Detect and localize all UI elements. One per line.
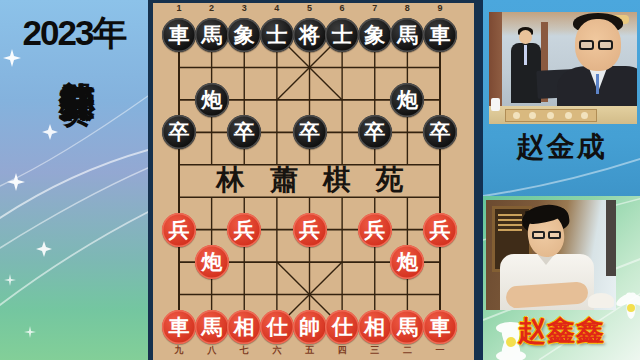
players-panel: 赵金成: [480, 0, 640, 360]
piece-black-将[interactable]: 将: [293, 18, 327, 52]
player-card-zhao-xinxin: 赵鑫鑫: [483, 196, 640, 360]
light-streak: [483, 156, 640, 196]
event-name-vertical: 磐安伟业杯公开赛: [57, 52, 97, 358]
board-frame-left: [148, 0, 153, 360]
file-number-bottom: 八: [202, 344, 222, 357]
photo1-chess-piece: [547, 112, 554, 119]
file-number-top: 5: [300, 3, 320, 13]
piece-black-士[interactable]: 士: [325, 18, 359, 52]
board-frame-top: [148, 0, 480, 3]
photo1-chess-piece: [581, 112, 588, 119]
piece-red-炮[interactable]: 炮: [195, 245, 229, 279]
file-number-bottom: 四: [332, 344, 352, 357]
photo1-chess-piece: [513, 112, 520, 119]
glasses-icon: [598, 40, 613, 50]
player-card-zhao-jincheng: 赵金成: [483, 0, 640, 196]
file-number-bottom: 六: [267, 344, 287, 357]
file-number-bottom: 五: [300, 344, 320, 357]
file-number-bottom: 三: [365, 344, 385, 357]
piece-black-卒[interactable]: 卒: [293, 115, 327, 149]
event-title-panel: 2023年 磐安伟业杯公开赛: [0, 0, 148, 360]
piece-black-士[interactable]: 士: [260, 18, 294, 52]
glasses-icon: [532, 231, 545, 239]
photo1-bystander-head: [519, 30, 532, 44]
photo2-curtain: [606, 200, 616, 276]
file-number-bottom: 二: [397, 344, 417, 357]
piece-red-兵[interactable]: 兵: [358, 213, 392, 247]
glasses-icon: [548, 231, 561, 239]
video-frame: 2023年 磐安伟业杯公开赛 123456789 林蕭棋苑 車馬象士将士象馬車炮…: [0, 0, 640, 360]
piece-black-車[interactable]: 車: [423, 18, 457, 52]
file-number-top: 6: [332, 3, 352, 13]
piece-red-兵[interactable]: 兵: [293, 213, 327, 247]
river-character: 苑: [373, 161, 407, 199]
river-character: 林: [213, 161, 247, 199]
player-photo-zhao-xinxin: [486, 200, 616, 310]
piece-red-相[interactable]: 相: [227, 310, 261, 344]
photo1-chess-piece: [565, 112, 572, 119]
file-number-top: 1: [169, 3, 189, 13]
piece-black-炮[interactable]: 炮: [390, 83, 424, 117]
player-photo-zhao-jincheng: [489, 12, 637, 124]
board-grid: [148, 0, 480, 360]
river-character: 棋: [320, 161, 354, 199]
file-number-top: 3: [234, 3, 254, 13]
photo1-bystander-lanyard: [524, 45, 527, 65]
piece-black-象[interactable]: 象: [227, 18, 261, 52]
photo2-wall-frame-art: [498, 213, 522, 231]
piece-red-兵[interactable]: 兵: [162, 213, 196, 247]
piece-black-車[interactable]: 車: [162, 18, 196, 52]
event-year: 2023年: [0, 10, 148, 57]
file-number-bottom: 九: [169, 344, 189, 357]
piece-red-兵[interactable]: 兵: [227, 213, 261, 247]
piece-red-仕[interactable]: 仕: [325, 310, 359, 344]
piece-black-炮[interactable]: 炮: [195, 83, 229, 117]
file-number-top: 9: [430, 3, 450, 13]
photo1-player-lanyard: [596, 74, 599, 94]
photo2-teacup: [588, 293, 614, 308]
file-number-top: 2: [202, 3, 222, 13]
piece-red-相[interactable]: 相: [358, 310, 392, 344]
river-character: 蕭: [267, 161, 301, 199]
file-number-bottom: 七: [234, 344, 254, 357]
file-number-top: 4: [267, 3, 287, 13]
piece-black-象[interactable]: 象: [358, 18, 392, 52]
photo1-cup: [491, 98, 500, 111]
glasses-icon: [579, 40, 594, 50]
piece-red-帥[interactable]: 帥: [293, 310, 327, 344]
player-name-zhao-xinxin: 赵鑫鑫: [483, 312, 640, 350]
file-number-top: 7: [365, 3, 385, 13]
xiangqi-board[interactable]: 123456789 林蕭棋苑 車馬象士将士象馬車炮炮卒卒卒卒卒兵兵兵兵兵炮炮車馬…: [148, 0, 480, 360]
file-number-bottom: 一: [430, 344, 450, 357]
piece-red-車[interactable]: 車: [423, 310, 457, 344]
piece-red-馬[interactable]: 馬: [195, 310, 229, 344]
piece-red-兵[interactable]: 兵: [423, 213, 457, 247]
piece-black-卒[interactable]: 卒: [358, 115, 392, 149]
file-number-top: 8: [397, 3, 417, 13]
piece-red-車[interactable]: 車: [162, 310, 196, 344]
piece-red-仕[interactable]: 仕: [260, 310, 294, 344]
piece-black-馬[interactable]: 馬: [195, 18, 229, 52]
photo1-chess-piece: [529, 112, 536, 119]
